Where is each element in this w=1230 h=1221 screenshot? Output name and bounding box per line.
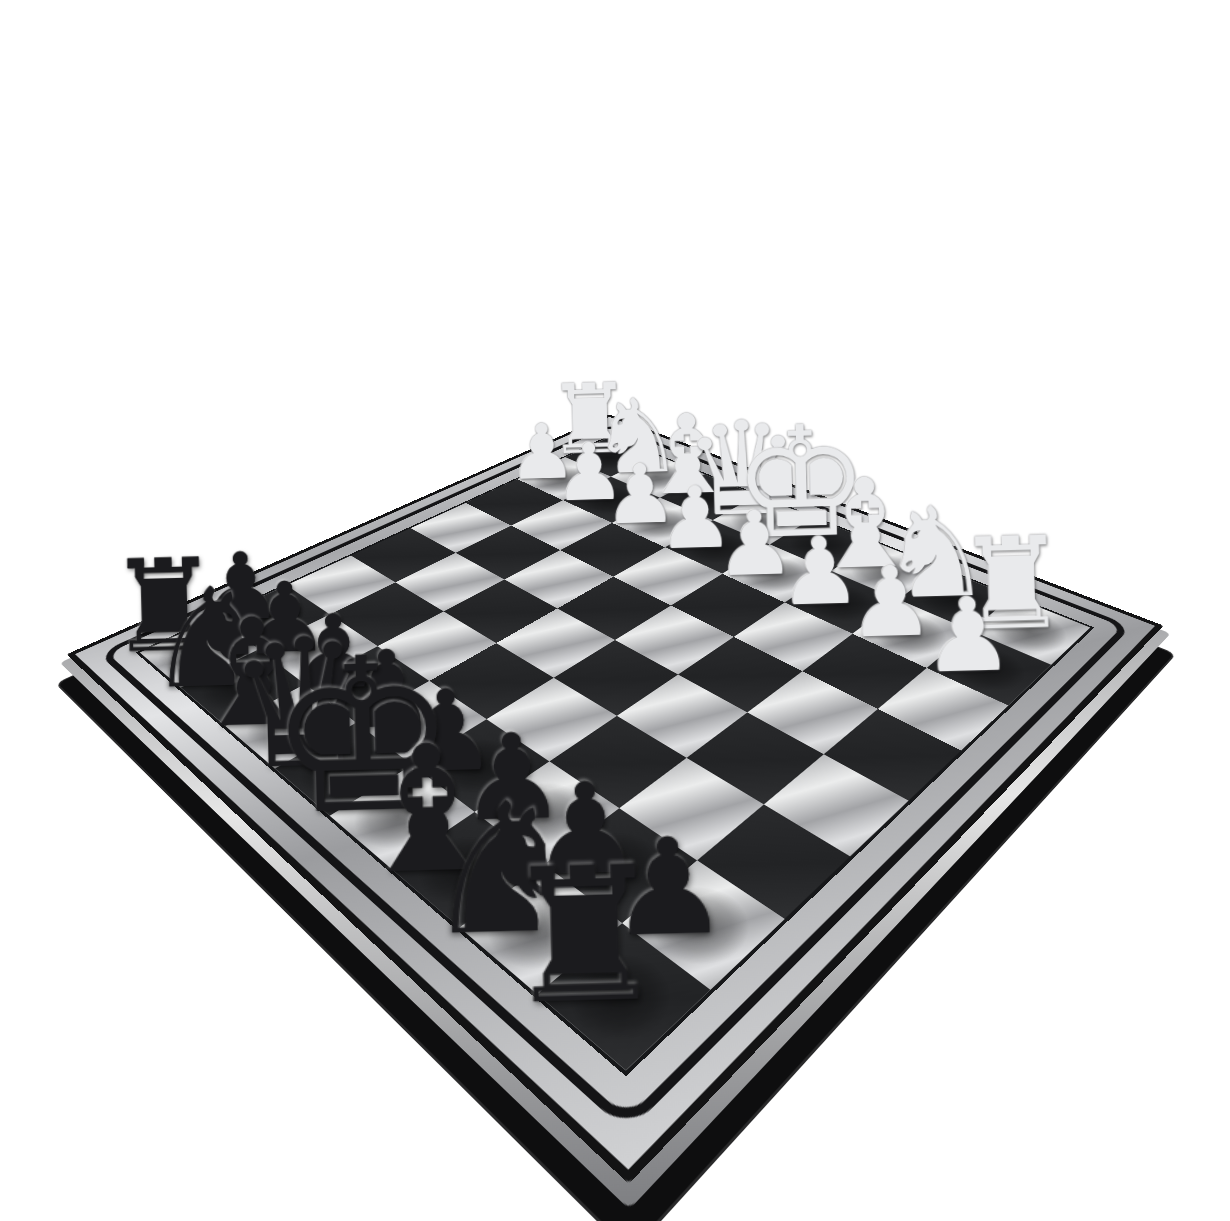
piece-white-pawn-h2[interactable]: ♟: [922, 586, 1015, 685]
product-photo-stage: ♜♞♝♛♚♝♞♜♟♟♟♟♟♟♟♟♟♟♟♟♟♟♟♟♜♞♝♛♚♝♞♜: [0, 0, 1230, 1221]
scene: ♜♞♝♛♚♝♞♜♟♟♟♟♟♟♟♟♟♟♟♟♟♟♟♟♜♞♝♛♚♝♞♜: [0, 0, 1230, 1221]
chess-board-3d: ♜♞♝♛♚♝♞♜♟♟♟♟♟♟♟♟♟♟♟♟♟♟♟♟♜♞♝♛♚♝♞♜: [66, 414, 1163, 1183]
board-grid: ♜♞♝♛♚♝♞♜♟♟♟♟♟♟♟♟♟♟♟♟♟♟♟♟♜♞♝♛♚♝♞♜: [136, 435, 1095, 1076]
piece-black-rook-h8[interactable]: ♜: [499, 847, 670, 1028]
